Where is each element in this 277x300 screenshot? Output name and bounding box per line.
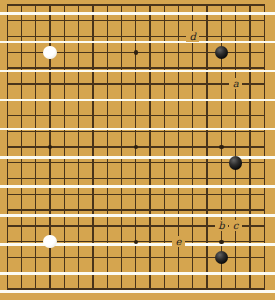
star-point-D10	[48, 145, 52, 149]
board-grid-hline	[7, 162, 265, 163]
white-stone-D4	[43, 235, 57, 249]
scaling-artifact-stripe	[0, 128, 276, 131]
board-right-edge-artifact	[275, 0, 277, 300]
board-grid-hline	[7, 194, 265, 195]
star-point-Q10	[219, 145, 223, 149]
scaling-artifact-stripe	[0, 214, 276, 217]
star-point-K4	[134, 240, 138, 244]
scaling-artifact-stripe	[0, 185, 276, 188]
point-label-e: e	[172, 236, 185, 247]
star-point-K16	[134, 50, 138, 54]
black-stone-R9	[229, 156, 243, 170]
black-stone-Q16	[215, 46, 229, 60]
star-point-K10	[134, 145, 138, 149]
scaling-artifact-stripe	[0, 272, 276, 275]
board-grid-vline	[235, 4, 236, 289]
point-label-d: d	[186, 31, 199, 42]
board-grid-vline	[164, 4, 165, 289]
board-grid-hline	[7, 178, 265, 179]
board-grid-vline	[206, 4, 207, 289]
board-grid-vline	[149, 4, 150, 289]
scaling-artifact-stripe	[0, 290, 276, 293]
white-stone-D16	[43, 46, 57, 60]
point-label-a: a	[229, 78, 242, 89]
scaling-artifact-stripe	[0, 12, 276, 15]
board-grid-vline	[192, 4, 193, 289]
go-board: abcde	[0, 0, 276, 300]
scaling-artifact-stripe	[0, 70, 276, 73]
board-grid-vline	[249, 4, 250, 289]
black-stone-Q3	[215, 251, 229, 265]
scaling-artifact-stripe	[0, 41, 276, 44]
board-grid-vline	[264, 4, 265, 289]
point-label-c: c	[229, 220, 242, 231]
board-grid-hline	[7, 209, 265, 210]
scaling-artifact-stripe	[0, 243, 276, 246]
scaling-artifact-stripe	[0, 99, 276, 102]
star-point-Q4	[219, 240, 223, 244]
point-label-b: b	[215, 220, 228, 231]
